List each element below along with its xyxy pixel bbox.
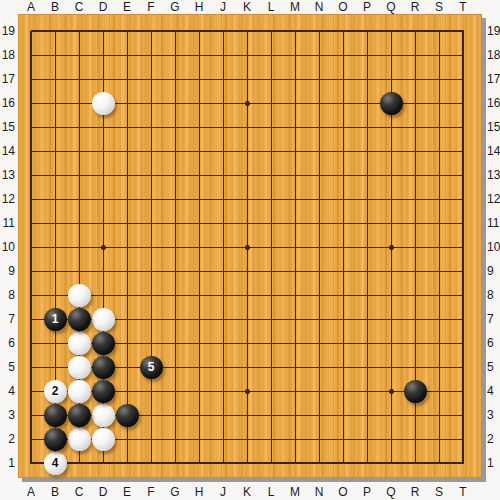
coordinate-bottom-G: G: [163, 485, 187, 499]
coordinate-top-M: M: [283, 0, 307, 14]
coordinate-bottom-M: M: [283, 485, 307, 499]
stone-black-C7[interactable]: [68, 308, 91, 331]
coordinate-bottom-S: S: [427, 485, 451, 499]
go-diagram: AABBCCDDEEFFGGHHJJKKLLMMNNOOPPQQRRSSTT19…: [0, 0, 500, 500]
coordinate-top-H: H: [187, 0, 211, 14]
stone-white-C2[interactable]: [68, 428, 91, 451]
grid-line-vertical: [343, 31, 344, 464]
coordinate-top-A: A: [19, 0, 43, 14]
stone-black-E3[interactable]: [116, 404, 139, 427]
stone-black-D4[interactable]: [92, 380, 115, 403]
stone-black-D5[interactable]: [92, 356, 115, 379]
coordinate-right-10: 10: [487, 240, 500, 254]
stone-white-C4[interactable]: [68, 380, 91, 403]
coordinate-left-19: 19: [0, 24, 15, 38]
coordinate-left-11: 11: [0, 216, 15, 230]
coordinate-top-S: S: [427, 0, 451, 14]
grid-line-vertical: [462, 31, 464, 464]
star-point-K10: [245, 245, 250, 250]
coordinate-right-7: 7: [487, 312, 500, 326]
coordinate-left-12: 12: [0, 192, 15, 206]
coordinate-left-4: 4: [0, 384, 15, 398]
stone-white-B4[interactable]: 2: [44, 380, 67, 403]
stone-black-Q16[interactable]: [380, 92, 403, 115]
coordinate-right-1: 1: [487, 456, 500, 470]
coordinate-top-N: N: [307, 0, 331, 14]
coordinate-left-3: 3: [0, 408, 15, 422]
coordinate-left-2: 2: [0, 432, 15, 446]
grid-line-vertical: [439, 31, 440, 464]
coordinate-top-Q: Q: [379, 0, 403, 14]
coordinate-right-15: 15: [487, 120, 500, 134]
coordinate-right-8: 8: [487, 288, 500, 302]
coordinate-bottom-E: E: [115, 485, 139, 499]
coordinate-left-7: 7: [0, 312, 15, 326]
coordinate-right-11: 11: [487, 216, 500, 230]
star-point-D10: [101, 245, 106, 250]
grid-line-horizontal: [31, 462, 464, 464]
coordinate-bottom-K: K: [235, 485, 259, 499]
coordinate-bottom-F: F: [139, 485, 163, 499]
coordinate-bottom-R: R: [403, 485, 427, 499]
coordinate-left-14: 14: [0, 144, 15, 158]
coordinate-bottom-D: D: [91, 485, 115, 499]
coordinate-bottom-T: T: [451, 485, 475, 499]
coordinate-left-10: 10: [0, 240, 15, 254]
coordinate-right-4: 4: [487, 384, 500, 398]
coordinate-right-5: 5: [487, 360, 500, 374]
coordinate-bottom-J: J: [211, 485, 235, 499]
stone-black-D6[interactable]: [92, 332, 115, 355]
move-number-label: 1: [52, 312, 59, 326]
stone-black-R4[interactable]: [404, 380, 427, 403]
stone-black-F5[interactable]: 5: [140, 356, 163, 379]
coordinate-left-6: 6: [0, 336, 15, 350]
coordinate-top-P: P: [355, 0, 379, 14]
coordinate-bottom-C: C: [67, 485, 91, 499]
coordinate-left-5: 5: [0, 360, 15, 374]
coordinate-left-15: 15: [0, 120, 15, 134]
grid-line-horizontal: [31, 295, 464, 296]
stone-black-B3[interactable]: [44, 404, 67, 427]
move-number-label: 5: [148, 360, 155, 374]
coordinate-bottom-A: A: [19, 485, 43, 499]
coordinate-right-14: 14: [487, 144, 500, 158]
grid-line-vertical: [295, 31, 296, 464]
stone-black-B2[interactable]: [44, 428, 67, 451]
grid-line-vertical: [319, 31, 320, 464]
coordinate-top-T: T: [451, 0, 475, 14]
coordinate-top-L: L: [259, 0, 283, 14]
stone-white-D3[interactable]: [92, 404, 115, 427]
coordinate-left-9: 9: [0, 264, 15, 278]
coordinate-right-19: 19: [487, 24, 500, 38]
coordinate-left-17: 17: [0, 72, 15, 86]
coordinate-right-18: 18: [487, 48, 500, 62]
coordinate-top-G: G: [163, 0, 187, 14]
stone-white-D16[interactable]: [92, 92, 115, 115]
coordinate-right-12: 12: [487, 192, 500, 206]
coordinate-left-1: 1: [0, 456, 15, 470]
star-point-K16: [245, 101, 250, 106]
coordinate-right-17: 17: [487, 72, 500, 86]
grid-line-horizontal: [31, 271, 464, 272]
coordinate-bottom-Q: Q: [379, 485, 403, 499]
coordinate-bottom-P: P: [355, 485, 379, 499]
coordinate-bottom-L: L: [259, 485, 283, 499]
stone-black-C3[interactable]: [68, 404, 91, 427]
coordinate-left-8: 8: [0, 288, 15, 302]
grid-line-vertical: [367, 31, 368, 464]
stone-white-B1[interactable]: 4: [44, 452, 67, 475]
star-point-Q4: [389, 389, 394, 394]
coordinate-top-R: R: [403, 0, 427, 14]
grid-line-vertical: [271, 31, 272, 464]
stone-white-C8[interactable]: [68, 284, 91, 307]
stone-white-C6[interactable]: [68, 332, 91, 355]
coordinate-top-O: O: [331, 0, 355, 14]
coordinate-bottom-H: H: [187, 485, 211, 499]
coordinate-left-18: 18: [0, 48, 15, 62]
stone-white-D7[interactable]: [92, 308, 115, 331]
stone-black-B7[interactable]: 1: [44, 308, 67, 331]
coordinate-top-F: F: [139, 0, 163, 14]
stone-white-C5[interactable]: [68, 356, 91, 379]
coordinate-top-B: B: [43, 0, 67, 14]
move-number-label: 2: [52, 384, 59, 398]
coordinate-top-D: D: [91, 0, 115, 14]
move-number-label: 4: [52, 456, 59, 470]
coordinate-bottom-B: B: [43, 485, 67, 499]
coordinate-top-K: K: [235, 0, 259, 14]
coordinate-top-E: E: [115, 0, 139, 14]
coordinate-left-13: 13: [0, 168, 15, 182]
coordinate-right-6: 6: [487, 336, 500, 350]
coordinate-bottom-N: N: [307, 485, 331, 499]
coordinate-top-C: C: [67, 0, 91, 14]
coordinate-right-3: 3: [487, 408, 500, 422]
coordinate-bottom-O: O: [331, 485, 355, 499]
coordinate-left-16: 16: [0, 96, 15, 110]
coordinate-right-13: 13: [487, 168, 500, 182]
coordinate-right-16: 16: [487, 96, 500, 110]
coordinate-top-J: J: [211, 0, 235, 14]
coordinate-right-2: 2: [487, 432, 500, 446]
stone-white-D2[interactable]: [92, 428, 115, 451]
star-point-Q10: [389, 245, 394, 250]
star-point-K4: [245, 389, 250, 394]
coordinate-right-9: 9: [487, 264, 500, 278]
